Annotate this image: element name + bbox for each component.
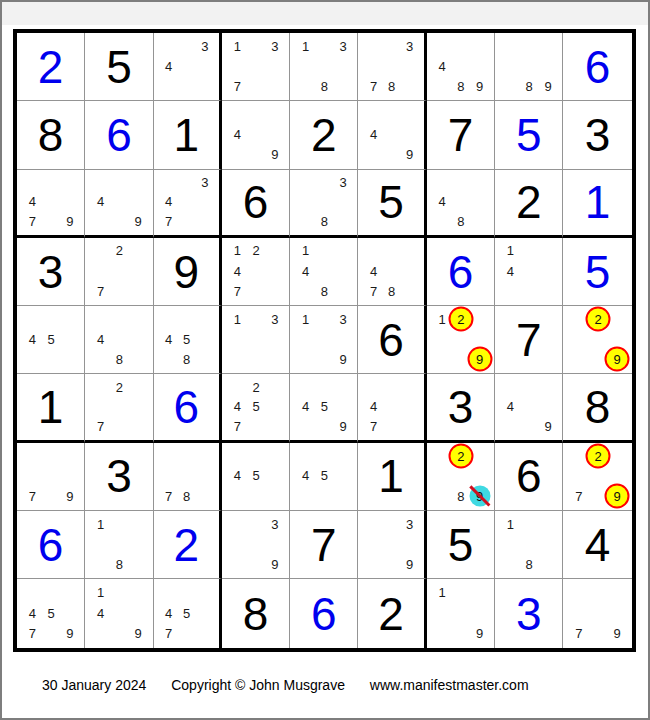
candidate-3: 3 [401, 36, 419, 56]
candidate-2: 2 [110, 241, 129, 261]
big-digit: 7 [495, 306, 562, 373]
candidate-7: 7 [23, 486, 42, 506]
cell-r8c1[interactable]: 6 [17, 511, 85, 579]
big-digit: 5 [358, 170, 423, 235]
big-digit: 2 [290, 101, 357, 168]
pencil-marks: 2457 [222, 374, 289, 439]
candidate-4: 4 [364, 261, 382, 281]
footer-website: www.manifestmaster.com [370, 677, 529, 693]
candidate-4: 4 [160, 603, 178, 623]
candidate-7: 7 [364, 76, 382, 96]
cell-r8c5[interactable]: 7 [290, 511, 358, 579]
candidate-5: 5 [247, 466, 266, 486]
pencil-marks: 457 [154, 579, 219, 647]
candidate-9: 9 [401, 554, 419, 574]
candidate-1: 1 [501, 241, 520, 261]
candidate-9: 9 [265, 144, 284, 164]
candidate-3: 3 [196, 173, 214, 192]
footer: 30 January 2024 Copyright © John Musgrav… [42, 677, 550, 693]
big-digit: 4 [563, 511, 631, 578]
pencil-marks: 139 [290, 306, 357, 373]
cell-r8c8[interactable]: 18 [495, 511, 563, 579]
big-digit: 3 [17, 238, 84, 305]
cell-r9c4[interactable]: 8 [222, 579, 290, 647]
big-digit: 6 [85, 101, 152, 168]
cell-r6c1[interactable]: 1 [17, 374, 85, 442]
pencil-marks: 79 [17, 443, 84, 510]
cell-r6c9[interactable]: 8 [563, 374, 631, 442]
pencil-marks: 479 [17, 170, 84, 235]
cell-r9c7[interactable]: 19 [427, 579, 495, 647]
candidate-7: 7 [228, 76, 247, 96]
cell-r7c2[interactable]: 3 [85, 443, 153, 511]
cell-r1c6[interactable]: 378 [358, 33, 426, 101]
pencil-marks: 78 [154, 443, 219, 510]
candidate-2: 2 [588, 309, 607, 329]
candidate-4: 4 [364, 124, 382, 144]
cell-r5c9[interactable]: 29 [563, 306, 631, 374]
pencil-marks: 4579 [17, 579, 84, 647]
big-digit: 1 [17, 374, 84, 439]
candidate-7: 7 [160, 486, 178, 506]
candidate-9: 9 [129, 623, 148, 643]
cell-r9c5[interactable]: 6 [290, 579, 358, 647]
pencil-marks: 18 [85, 511, 152, 578]
window-titlebar [2, 2, 648, 25]
candidate-3: 3 [334, 309, 353, 329]
candidate-5: 5 [247, 397, 266, 416]
footer-date: 30 January 2024 [42, 677, 146, 693]
candidate-4: 4 [91, 192, 110, 211]
footer-copyright: Copyright © John Musgrave [171, 677, 345, 693]
big-digit: 5 [427, 511, 494, 578]
big-digit: 6 [17, 511, 84, 578]
pencil-marks: 378 [358, 33, 423, 100]
cell-r2c3[interactable]: 1 [154, 101, 222, 169]
cell-r8c4[interactable]: 39 [222, 511, 290, 579]
pencil-marks: 289 [427, 443, 494, 510]
cell-r4c2[interactable]: 27 [85, 238, 153, 306]
cell-r3c1[interactable]: 479 [17, 170, 85, 238]
big-digit: 6 [563, 33, 631, 100]
candidate-9: 9 [470, 623, 489, 643]
cell-r6c7[interactable]: 3 [427, 374, 495, 442]
cell-r6c4[interactable]: 2457 [222, 374, 290, 442]
candidate-4: 4 [296, 466, 315, 486]
candidate-1: 1 [296, 309, 315, 329]
candidate-1: 1 [433, 582, 452, 602]
candidate-1: 1 [296, 241, 315, 261]
candidate-2: 2 [110, 377, 129, 396]
candidate-9: 9 [470, 76, 489, 96]
candidate-9: 9 [608, 486, 627, 506]
cell-r7c5[interactable]: 45 [290, 443, 358, 511]
big-digit: 2 [154, 511, 219, 578]
candidate-8: 8 [383, 76, 401, 96]
candidate-5: 5 [178, 329, 196, 349]
cell-r1c2[interactable]: 5 [85, 33, 153, 101]
candidate-8: 8 [315, 76, 334, 96]
cell-r2c7[interactable]: 7 [427, 101, 495, 169]
cell-r4c7[interactable]: 6 [427, 238, 495, 306]
candidate-7: 7 [91, 281, 110, 301]
circled-candidate: 9 [605, 347, 630, 372]
cell-r2c1[interactable]: 8 [17, 101, 85, 169]
candidate-4: 4 [364, 397, 382, 416]
candidate-4: 4 [91, 329, 110, 349]
candidate-8: 8 [383, 281, 401, 301]
big-digit: 1 [154, 101, 219, 168]
candidate-9: 9 [539, 416, 558, 435]
circled-candidate: 2 [586, 443, 611, 468]
pencil-marks: 89 [495, 33, 562, 100]
cell-r3c7[interactable]: 48 [427, 170, 495, 238]
candidate-8: 8 [178, 349, 196, 369]
pencil-marks: 459 [290, 374, 357, 439]
candidate-4: 4 [160, 56, 178, 76]
cell-r8c9[interactable]: 4 [563, 511, 631, 579]
candidate-4: 4 [91, 603, 110, 623]
candidate-8: 8 [520, 76, 539, 96]
cell-r6c8[interactable]: 49 [495, 374, 563, 442]
cell-r7c3[interactable]: 78 [154, 443, 222, 511]
cell-r6c5[interactable]: 459 [290, 374, 358, 442]
candidate-7: 7 [569, 486, 588, 506]
cell-r9c6[interactable]: 2 [358, 579, 426, 647]
pencil-marks: 27 [85, 374, 152, 439]
circled-candidate: 2 [448, 307, 473, 332]
candidate-8: 8 [315, 211, 334, 230]
cell-r1c1[interactable]: 2 [17, 33, 85, 101]
pencil-marks: 148 [290, 238, 357, 305]
candidate-2: 2 [247, 377, 266, 396]
candidate-4: 4 [160, 329, 178, 349]
circled-candidate: 9 [605, 484, 630, 509]
cell-r4c6[interactable]: 478 [358, 238, 426, 306]
pencil-marks: 49 [222, 101, 289, 168]
cell-r4c3[interactable]: 9 [154, 238, 222, 306]
cell-r9c8[interactable]: 3 [495, 579, 563, 647]
cell-r9c3[interactable]: 457 [154, 579, 222, 647]
cell-r3c5[interactable]: 38 [290, 170, 358, 238]
candidate-4: 4 [433, 192, 452, 211]
pencil-marks: 478 [358, 238, 423, 305]
big-digit: 3 [563, 101, 631, 168]
big-digit: 5 [563, 238, 631, 305]
big-digit: 9 [154, 238, 219, 305]
big-digit: 6 [290, 579, 357, 647]
big-digit: 1 [358, 443, 423, 510]
pencil-marks: 149 [85, 579, 152, 647]
big-digit: 1 [563, 170, 631, 235]
cell-r2c4[interactable]: 49 [222, 101, 290, 169]
candidate-4: 4 [296, 261, 315, 281]
candidate-4: 4 [228, 124, 247, 144]
cell-r1c9[interactable]: 6 [563, 33, 631, 101]
big-digit: 5 [85, 33, 152, 100]
candidate-4: 4 [228, 261, 247, 281]
cell-r1c8[interactable]: 89 [495, 33, 563, 101]
candidate-1: 1 [228, 309, 247, 329]
candidate-8: 8 [452, 486, 471, 506]
cell-r5c4[interactable]: 13 [222, 306, 290, 374]
candidate-7: 7 [228, 416, 247, 435]
candidate-1: 1 [296, 36, 315, 56]
candidate-9: 9 [61, 486, 80, 506]
candidate-4: 4 [228, 397, 247, 416]
cell-r7c6[interactable]: 1 [358, 443, 426, 511]
candidate-8: 8 [520, 554, 539, 574]
candidate-2: 2 [452, 446, 471, 466]
candidate-8: 8 [110, 554, 129, 574]
cell-r3c8[interactable]: 2 [495, 170, 563, 238]
cell-r5c2[interactable]: 48 [85, 306, 153, 374]
candidate-8: 8 [452, 211, 471, 230]
candidate-8: 8 [452, 76, 471, 96]
pencil-marks: 458 [154, 306, 219, 373]
cell-r8c7[interactable]: 5 [427, 511, 495, 579]
big-digit: 8 [563, 374, 631, 439]
candidate-9: 9 [129, 211, 148, 230]
cell-r4c4[interactable]: 1247 [222, 238, 290, 306]
pencil-marks: 48 [85, 306, 152, 373]
cell-r7c1[interactable]: 79 [17, 443, 85, 511]
cell-r5c8[interactable]: 7 [495, 306, 563, 374]
big-digit: 2 [495, 170, 562, 235]
cell-r2c5[interactable]: 2 [290, 101, 358, 169]
candidate-9: 9 [61, 211, 80, 230]
candidate-5: 5 [42, 603, 61, 623]
candidate-9: 9 [265, 554, 284, 574]
pencil-marks: 29 [563, 306, 631, 373]
candidate-7: 7 [23, 623, 42, 643]
candidate-3: 3 [265, 309, 284, 329]
cell-r6c3[interactable]: 6 [154, 374, 222, 442]
pencil-marks: 129 [427, 306, 494, 373]
candidate-2: 2 [452, 309, 471, 329]
candidate-9: 9 [401, 144, 419, 164]
circled-candidate: 9 [467, 347, 492, 372]
cell-r1c4[interactable]: 137 [222, 33, 290, 101]
sudoku-page: 2534137138378489896861492497534794934763… [0, 0, 650, 720]
big-digit: 5 [495, 101, 562, 168]
cell-r3c3[interactable]: 347 [154, 170, 222, 238]
pencil-marks: 1247 [222, 238, 289, 305]
cell-r9c2[interactable]: 149 [85, 579, 153, 647]
pencil-marks: 34 [154, 33, 219, 100]
cell-r7c8[interactable]: 6 [495, 443, 563, 511]
candidate-4: 4 [228, 466, 247, 486]
big-digit: 7 [290, 511, 357, 578]
pencil-marks: 45 [290, 443, 357, 510]
cell-r7c9[interactable]: 279 [563, 443, 631, 511]
candidate-4: 4 [433, 56, 452, 76]
big-digit: 3 [495, 579, 562, 647]
cell-r4c9[interactable]: 5 [563, 238, 631, 306]
pencil-marks: 19 [427, 579, 494, 647]
pencil-marks: 49 [358, 101, 423, 168]
big-digit: 3 [85, 443, 152, 510]
pencil-marks: 138 [290, 33, 357, 100]
cell-r6c2[interactable]: 27 [85, 374, 153, 442]
candidate-4: 4 [160, 192, 178, 211]
candidate-5: 5 [178, 603, 196, 623]
cell-r8c2[interactable]: 18 [85, 511, 153, 579]
cell-r1c5[interactable]: 138 [290, 33, 358, 101]
candidate-7: 7 [160, 211, 178, 230]
candidate-7: 7 [569, 623, 588, 643]
eliminated-candidate: 9 [469, 486, 490, 507]
big-digit: 6 [427, 238, 494, 305]
cell-r3c6[interactable]: 5 [358, 170, 426, 238]
candidate-8: 8 [178, 486, 196, 506]
cell-r5c6[interactable]: 6 [358, 306, 426, 374]
big-digit: 8 [222, 579, 289, 647]
big-digit: 3 [427, 374, 494, 439]
cell-r1c7[interactable]: 489 [427, 33, 495, 101]
cell-r4c5[interactable]: 148 [290, 238, 358, 306]
candidate-3: 3 [265, 514, 284, 534]
candidate-4: 4 [501, 397, 520, 416]
candidate-7: 7 [228, 281, 247, 301]
cell-r7c7[interactable]: 289 [427, 443, 495, 511]
candidate-7: 7 [160, 623, 178, 643]
candidate-1: 1 [91, 582, 110, 602]
candidate-9: 9 [539, 76, 558, 96]
big-digit: 6 [495, 443, 562, 510]
pencil-marks: 347 [154, 170, 219, 235]
cell-r9c9[interactable]: 79 [563, 579, 631, 647]
candidate-3: 3 [401, 514, 419, 534]
cell-r2c8[interactable]: 5 [495, 101, 563, 169]
big-digit: 7 [427, 101, 494, 168]
pencil-marks: 137 [222, 33, 289, 100]
pencil-marks: 49 [495, 374, 562, 439]
candidate-9: 9 [61, 623, 80, 643]
candidate-4: 4 [23, 329, 42, 349]
pencil-marks: 14 [495, 238, 562, 305]
big-digit: 2 [358, 579, 423, 647]
cell-r8c3[interactable]: 2 [154, 511, 222, 579]
cell-r8c6[interactable]: 39 [358, 511, 426, 579]
pencil-marks: 39 [222, 511, 289, 578]
cell-r3c4[interactable]: 6 [222, 170, 290, 238]
candidate-9: 9 [334, 349, 353, 369]
candidate-1: 1 [228, 36, 247, 56]
candidate-4: 4 [23, 192, 42, 211]
pencil-marks: 49 [85, 170, 152, 235]
candidate-8: 8 [110, 349, 129, 369]
pencil-marks: 45 [222, 443, 289, 510]
candidate-3: 3 [334, 173, 353, 192]
pencil-marks: 48 [427, 170, 494, 235]
circled-candidate: 2 [448, 443, 473, 468]
cell-r1c3[interactable]: 34 [154, 33, 222, 101]
cell-r3c9[interactable]: 1 [563, 170, 631, 238]
candidate-4: 4 [501, 261, 520, 281]
candidate-1: 1 [228, 241, 247, 261]
cell-r5c5[interactable]: 139 [290, 306, 358, 374]
cell-r2c6[interactable]: 49 [358, 101, 426, 169]
pencil-marks: 13 [222, 306, 289, 373]
sudoku-board: 2534137138378489896861492497534794934763… [13, 29, 636, 652]
pencil-marks: 45 [17, 306, 84, 373]
cell-r6c6[interactable]: 47 [358, 374, 426, 442]
cell-r5c1[interactable]: 45 [17, 306, 85, 374]
candidate-3: 3 [265, 36, 284, 56]
cell-r2c2[interactable]: 6 [85, 101, 153, 169]
candidate-3: 3 [196, 36, 214, 56]
candidate-9: 9 [608, 623, 627, 643]
candidate-7: 7 [364, 281, 382, 301]
big-digit: 6 [358, 306, 423, 373]
candidate-2: 2 [588, 446, 607, 466]
pencil-marks: 47 [358, 374, 423, 439]
candidate-1: 1 [91, 514, 110, 534]
pencil-marks: 18 [495, 511, 562, 578]
cell-r7c4[interactable]: 45 [222, 443, 290, 511]
big-digit: 6 [154, 374, 219, 439]
candidate-4: 4 [23, 603, 42, 623]
candidate-7: 7 [364, 416, 382, 435]
cell-r5c7[interactable]: 129 [427, 306, 495, 374]
cell-r2c9[interactable]: 3 [563, 101, 631, 169]
candidate-3: 3 [334, 36, 353, 56]
candidate-5: 5 [315, 397, 334, 416]
candidate-5: 5 [315, 466, 334, 486]
candidate-9: 9 [470, 486, 489, 506]
candidate-5: 5 [42, 329, 61, 349]
cell-r4c8[interactable]: 14 [495, 238, 563, 306]
pencil-marks: 38 [290, 170, 357, 235]
pencil-marks: 489 [427, 33, 494, 100]
candidate-1: 1 [501, 514, 520, 534]
candidate-7: 7 [23, 211, 42, 230]
pencil-marks: 279 [563, 443, 631, 510]
pencil-marks: 39 [358, 511, 423, 578]
cell-r5c3[interactable]: 458 [154, 306, 222, 374]
candidate-8: 8 [315, 281, 334, 301]
big-digit: 6 [222, 170, 289, 235]
candidate-4: 4 [296, 397, 315, 416]
candidate-9: 9 [608, 349, 627, 369]
cell-r3c2[interactable]: 49 [85, 170, 153, 238]
big-digit: 8 [17, 101, 84, 168]
candidate-2: 2 [247, 241, 266, 261]
candidate-9: 9 [334, 416, 353, 435]
pencil-marks: 27 [85, 238, 152, 305]
circled-candidate: 2 [586, 307, 611, 332]
pencil-marks: 79 [563, 579, 631, 647]
cell-r4c1[interactable]: 3 [17, 238, 85, 306]
big-digit: 2 [17, 33, 84, 100]
candidate-9: 9 [470, 349, 489, 369]
cell-r9c1[interactable]: 4579 [17, 579, 85, 647]
candidate-7: 7 [91, 416, 110, 435]
